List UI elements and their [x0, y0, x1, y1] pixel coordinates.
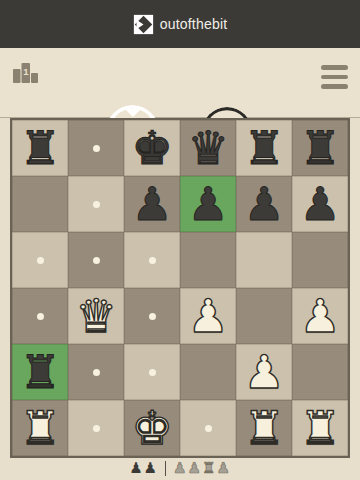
square-d2[interactable]: [180, 344, 236, 400]
captured-white-pieces: ♟♟♜♟: [173, 461, 231, 476]
chess-board[interactable]: ♜♚♛♜♜♟♟♟♟♛♟♟♜♟♜♚♜♜: [10, 118, 350, 458]
app-title: outofthebit: [160, 16, 228, 32]
legal-move-dot: [93, 145, 100, 152]
black-king: ♚: [131, 125, 172, 171]
square-a5[interactable]: [12, 176, 68, 232]
square-d1[interactable]: [180, 400, 236, 456]
black-rook: ♜: [243, 125, 284, 171]
square-e1[interactable]: ♜: [236, 400, 292, 456]
square-c5[interactable]: ♟: [124, 176, 180, 232]
active-turn-pointer-icon: [125, 109, 141, 117]
menu-bar: [321, 65, 348, 70]
square-e3[interactable]: [236, 288, 292, 344]
square-f4[interactable]: [292, 232, 348, 288]
square-a6[interactable]: ♜: [12, 120, 68, 176]
white-rook: ♜: [19, 405, 60, 451]
legal-move-dot: [93, 369, 100, 376]
black-pawn: ♟: [299, 181, 340, 227]
legal-move-dot: [93, 425, 100, 432]
white-pawn: ♟: [299, 293, 340, 339]
white-king: ♚: [131, 405, 172, 451]
square-f6[interactable]: ♜: [292, 120, 348, 176]
black-rook: ♜: [19, 349, 60, 395]
black-rook: ♜: [299, 125, 340, 171]
white-pawn: ♟: [187, 293, 228, 339]
square-c1[interactable]: ♚: [124, 400, 180, 456]
square-a3[interactable]: [12, 288, 68, 344]
square-c4[interactable]: [124, 232, 180, 288]
square-a2[interactable]: ♜: [12, 344, 68, 400]
white-rook: ♜: [243, 405, 284, 451]
legal-move-dot: [37, 313, 44, 320]
tray-divider: [165, 461, 166, 476]
white-queen: ♛: [75, 293, 116, 339]
white-rook: ♜: [299, 405, 340, 451]
square-b6[interactable]: [68, 120, 124, 176]
captured-black-pieces: ♟♟: [129, 461, 158, 476]
hamburger-menu-button[interactable]: [321, 65, 348, 89]
square-b3[interactable]: ♛: [68, 288, 124, 344]
legal-move-dot: [93, 257, 100, 264]
ranking-podium-icon[interactable]: 1: [13, 62, 39, 83]
square-f1[interactable]: ♜: [292, 400, 348, 456]
square-d4[interactable]: [180, 232, 236, 288]
captured-pieces-tray: ♟♟ ♟♟♜♟: [0, 457, 360, 480]
square-b5[interactable]: [68, 176, 124, 232]
square-c2[interactable]: [124, 344, 180, 400]
square-e4[interactable]: [236, 232, 292, 288]
square-f2[interactable]: [292, 344, 348, 400]
square-d6[interactable]: ♛: [180, 120, 236, 176]
black-pawn: ♟: [131, 181, 172, 227]
menu-bar: [321, 84, 348, 89]
white-pawn: ♟: [243, 349, 284, 395]
square-c3[interactable]: [124, 288, 180, 344]
legal-move-dot: [149, 257, 156, 264]
podium-rank-label: 1: [23, 66, 29, 77]
legal-move-dot: [93, 201, 100, 208]
square-a4[interactable]: [12, 232, 68, 288]
legal-move-dot: [205, 425, 212, 432]
outofthebit-logo-icon: [133, 14, 154, 35]
black-pawn: ♟: [187, 181, 228, 227]
square-d3[interactable]: ♟: [180, 288, 236, 344]
black-rook: ♜: [19, 125, 60, 171]
app-screen: outofthebit 1: [0, 0, 360, 480]
black-pawn: ♟: [243, 181, 284, 227]
square-b1[interactable]: [68, 400, 124, 456]
square-a1[interactable]: ♜: [12, 400, 68, 456]
square-e5[interactable]: ♟: [236, 176, 292, 232]
square-b4[interactable]: [68, 232, 124, 288]
square-b2[interactable]: [68, 344, 124, 400]
legal-move-dot: [149, 369, 156, 376]
black-queen: ♛: [187, 125, 228, 171]
square-c6[interactable]: ♚: [124, 120, 180, 176]
player-bar: 1: [0, 48, 360, 118]
menu-bar: [321, 75, 348, 80]
square-f3[interactable]: ♟: [292, 288, 348, 344]
square-d5[interactable]: ♟: [180, 176, 236, 232]
square-f5[interactable]: ♟: [292, 176, 348, 232]
square-e2[interactable]: ♟: [236, 344, 292, 400]
legal-move-dot: [149, 313, 156, 320]
top-bar: outofthebit: [0, 0, 360, 48]
legal-move-dot: [37, 257, 44, 264]
square-e6[interactable]: ♜: [236, 120, 292, 176]
